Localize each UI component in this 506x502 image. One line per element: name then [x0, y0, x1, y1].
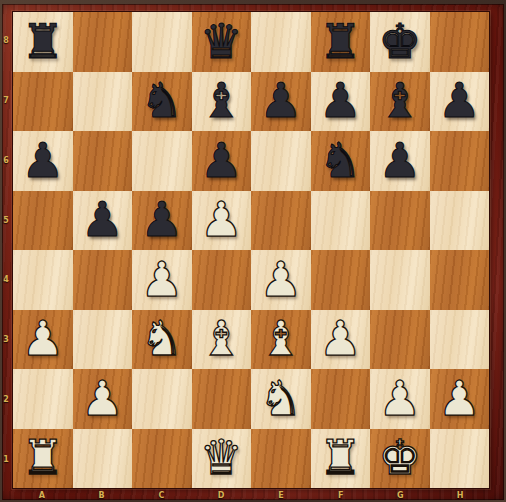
piece-white-queen-d1[interactable]: ♛: [200, 433, 243, 481]
square-a1[interactable]: ♜: [13, 429, 73, 489]
square-e7[interactable]: ♟: [251, 72, 311, 132]
piece-white-pawn-e4[interactable]: ♟: [259, 255, 302, 303]
square-f4[interactable]: [311, 250, 371, 310]
file-label-a: A: [12, 489, 72, 502]
piece-white-pawn-b2[interactable]: ♟: [81, 374, 124, 422]
square-a4[interactable]: [13, 250, 73, 310]
rank-label-8: 8: [0, 11, 12, 71]
square-b5[interactable]: ♟: [73, 191, 133, 251]
square-h3[interactable]: [430, 310, 490, 370]
piece-white-rook-a1[interactable]: ♜: [21, 433, 64, 481]
square-e3[interactable]: ♝: [251, 310, 311, 370]
square-e5[interactable]: [251, 191, 311, 251]
piece-white-pawn-f3[interactable]: ♟: [319, 314, 362, 362]
piece-black-pawn-c5[interactable]: ♟: [140, 195, 183, 243]
square-g5[interactable]: [370, 191, 430, 251]
square-b1[interactable]: [73, 429, 133, 489]
piece-black-pawn-d6[interactable]: ♟: [200, 136, 243, 184]
square-c4[interactable]: ♟: [132, 250, 192, 310]
square-d1[interactable]: ♛: [192, 429, 252, 489]
square-e1[interactable]: [251, 429, 311, 489]
piece-black-pawn-e7[interactable]: ♟: [259, 76, 302, 124]
square-c5[interactable]: ♟: [132, 191, 192, 251]
square-g8[interactable]: ♚: [370, 12, 430, 72]
square-h6[interactable]: [430, 131, 490, 191]
square-d6[interactable]: ♟: [192, 131, 252, 191]
square-g7[interactable]: ♝: [370, 72, 430, 132]
piece-black-queen-d8[interactable]: ♛: [200, 17, 243, 65]
piece-white-pawn-g2[interactable]: ♟: [378, 374, 421, 422]
square-b6[interactable]: [73, 131, 133, 191]
square-a2[interactable]: [13, 369, 73, 429]
square-g4[interactable]: [370, 250, 430, 310]
piece-white-pawn-c4[interactable]: ♟: [140, 255, 183, 303]
square-h7[interactable]: ♟: [430, 72, 490, 132]
file-label-b: B: [72, 489, 132, 502]
piece-white-pawn-a3[interactable]: ♟: [21, 314, 64, 362]
square-h5[interactable]: [430, 191, 490, 251]
square-f6[interactable]: ♞: [311, 131, 371, 191]
file-label-d: D: [191, 489, 251, 502]
square-h2[interactable]: ♟: [430, 369, 490, 429]
file-label-f: F: [311, 489, 371, 502]
square-f7[interactable]: ♟: [311, 72, 371, 132]
file-labels: ABCDEFGH: [12, 489, 490, 502]
square-b4[interactable]: [73, 250, 133, 310]
square-f1[interactable]: ♜: [311, 429, 371, 489]
square-c3[interactable]: ♞: [132, 310, 192, 370]
square-c2[interactable]: [132, 369, 192, 429]
piece-black-pawn-g6[interactable]: ♟: [378, 136, 421, 184]
square-b7[interactable]: [73, 72, 133, 132]
piece-black-bishop-g7[interactable]: ♝: [378, 76, 421, 124]
square-a3[interactable]: ♟: [13, 310, 73, 370]
rank-label-4: 4: [0, 250, 12, 310]
square-b3[interactable]: [73, 310, 133, 370]
file-label-g: G: [371, 489, 431, 502]
rank-label-5: 5: [0, 190, 12, 250]
square-h8[interactable]: [430, 12, 490, 72]
square-g6[interactable]: ♟: [370, 131, 430, 191]
square-a5[interactable]: [13, 191, 73, 251]
square-d7[interactable]: ♝: [192, 72, 252, 132]
square-g1[interactable]: ♚: [370, 429, 430, 489]
piece-black-pawn-a6[interactable]: ♟: [21, 136, 64, 184]
square-d4[interactable]: [192, 250, 252, 310]
square-e2[interactable]: ♞: [251, 369, 311, 429]
square-d5[interactable]: ♟: [192, 191, 252, 251]
square-a6[interactable]: ♟: [13, 131, 73, 191]
rank-label-7: 7: [0, 71, 12, 131]
square-d3[interactable]: ♝: [192, 310, 252, 370]
square-b2[interactable]: ♟: [73, 369, 133, 429]
piece-black-rook-a8[interactable]: ♜: [21, 17, 64, 65]
chess-board: ♜♛♜♚♞♝♟♟♝♟♟♟♞♟♟♟♟♟♟♟♞♝♝♟♟♞♟♟♜♛♜♚: [12, 11, 490, 489]
piece-black-knight-f6[interactable]: ♞: [319, 136, 362, 184]
piece-white-rook-f1[interactable]: ♜: [319, 433, 362, 481]
square-f3[interactable]: ♟: [311, 310, 371, 370]
piece-black-pawn-f7[interactable]: ♟: [319, 76, 362, 124]
square-f8[interactable]: ♜: [311, 12, 371, 72]
piece-white-bishop-e3[interactable]: ♝: [259, 314, 302, 362]
piece-black-bishop-d7[interactable]: ♝: [200, 76, 243, 124]
piece-black-king-g8[interactable]: ♚: [378, 17, 421, 65]
square-c7[interactable]: ♞: [132, 72, 192, 132]
rank-labels: 87654321: [0, 11, 12, 489]
rank-label-1: 1: [0, 429, 12, 489]
square-d2[interactable]: [192, 369, 252, 429]
square-f2[interactable]: [311, 369, 371, 429]
square-c8[interactable]: [132, 12, 192, 72]
square-b8[interactable]: [73, 12, 133, 72]
square-h4[interactable]: [430, 250, 490, 310]
square-e8[interactable]: [251, 12, 311, 72]
piece-black-pawn-h7[interactable]: ♟: [438, 76, 481, 124]
file-label-c: C: [132, 489, 192, 502]
rank-label-2: 2: [0, 370, 12, 430]
piece-white-knight-e2[interactable]: ♞: [259, 374, 302, 422]
square-h1[interactable]: [430, 429, 490, 489]
piece-white-bishop-d3[interactable]: ♝: [200, 314, 243, 362]
rank-label-6: 6: [0, 131, 12, 191]
piece-black-pawn-b5[interactable]: ♟: [81, 195, 124, 243]
rank-label-3: 3: [0, 310, 12, 370]
square-g2[interactable]: ♟: [370, 369, 430, 429]
square-e4[interactable]: ♟: [251, 250, 311, 310]
square-d8[interactable]: ♛: [192, 12, 252, 72]
square-e6[interactable]: [251, 131, 311, 191]
file-label-h: H: [430, 489, 490, 502]
square-a8[interactable]: ♜: [13, 12, 73, 72]
square-a7[interactable]: [13, 72, 73, 132]
piece-black-rook-f8[interactable]: ♜: [319, 17, 362, 65]
square-c1[interactable]: [132, 429, 192, 489]
file-label-e: E: [251, 489, 311, 502]
piece-white-pawn-h2[interactable]: ♟: [438, 374, 481, 422]
piece-white-king-g1[interactable]: ♚: [378, 433, 421, 481]
square-g3[interactable]: [370, 310, 430, 370]
square-f5[interactable]: [311, 191, 371, 251]
piece-white-pawn-d5[interactable]: ♟: [200, 195, 243, 243]
square-c6[interactable]: [132, 131, 192, 191]
piece-white-knight-c3[interactable]: ♞: [140, 314, 183, 362]
chess-app-window: ♜♛♜♚♞♝♟♟♝♟♟♟♞♟♟♟♟♟♟♟♞♝♝♟♟♞♟♟♜♛♜♚ 8765432…: [0, 0, 506, 502]
piece-black-knight-c7[interactable]: ♞: [140, 76, 183, 124]
